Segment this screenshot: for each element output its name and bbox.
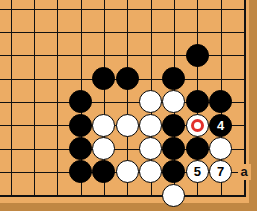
black-stone	[69, 90, 92, 113]
black-stone	[162, 67, 185, 90]
black-stone	[162, 137, 185, 160]
black-stone	[209, 90, 232, 113]
grid-line-horizontal	[0, 32, 246, 33]
black-stone	[69, 114, 92, 137]
grid-line-vertical	[11, 0, 12, 197]
black-stone	[92, 67, 115, 90]
white-stone	[92, 137, 115, 160]
grid-line-horizontal	[0, 9, 246, 10]
circle-marker	[191, 119, 204, 132]
grid-line-vertical	[57, 0, 58, 197]
black-stone	[162, 114, 185, 137]
white-stone	[209, 137, 232, 160]
black-stone	[162, 160, 185, 183]
white-stone	[92, 114, 115, 137]
white-stone	[116, 114, 139, 137]
white-stone	[139, 160, 162, 183]
white-stone-circled	[186, 114, 209, 137]
grid-line-vertical	[34, 0, 35, 197]
white-stone	[116, 160, 139, 183]
white-stone	[139, 90, 162, 113]
black-stone	[186, 137, 209, 160]
black-stone	[69, 137, 92, 160]
white-stone	[162, 90, 185, 113]
go-board: 457a	[0, 0, 257, 211]
board-shadow-bottom	[0, 203, 257, 211]
point-label-a: a	[238, 164, 251, 180]
white-stone	[139, 137, 162, 160]
black-stone	[186, 44, 209, 67]
black-stone	[69, 160, 92, 183]
white-stone-numbered: 7	[209, 160, 232, 183]
black-stone-numbered: 4	[209, 114, 232, 137]
grid-line-horizontal	[0, 195, 246, 197]
white-stone-numbered: 5	[186, 160, 209, 183]
black-stone	[116, 67, 139, 90]
white-stone	[139, 114, 162, 137]
black-stone	[186, 90, 209, 113]
black-stone	[92, 160, 115, 183]
